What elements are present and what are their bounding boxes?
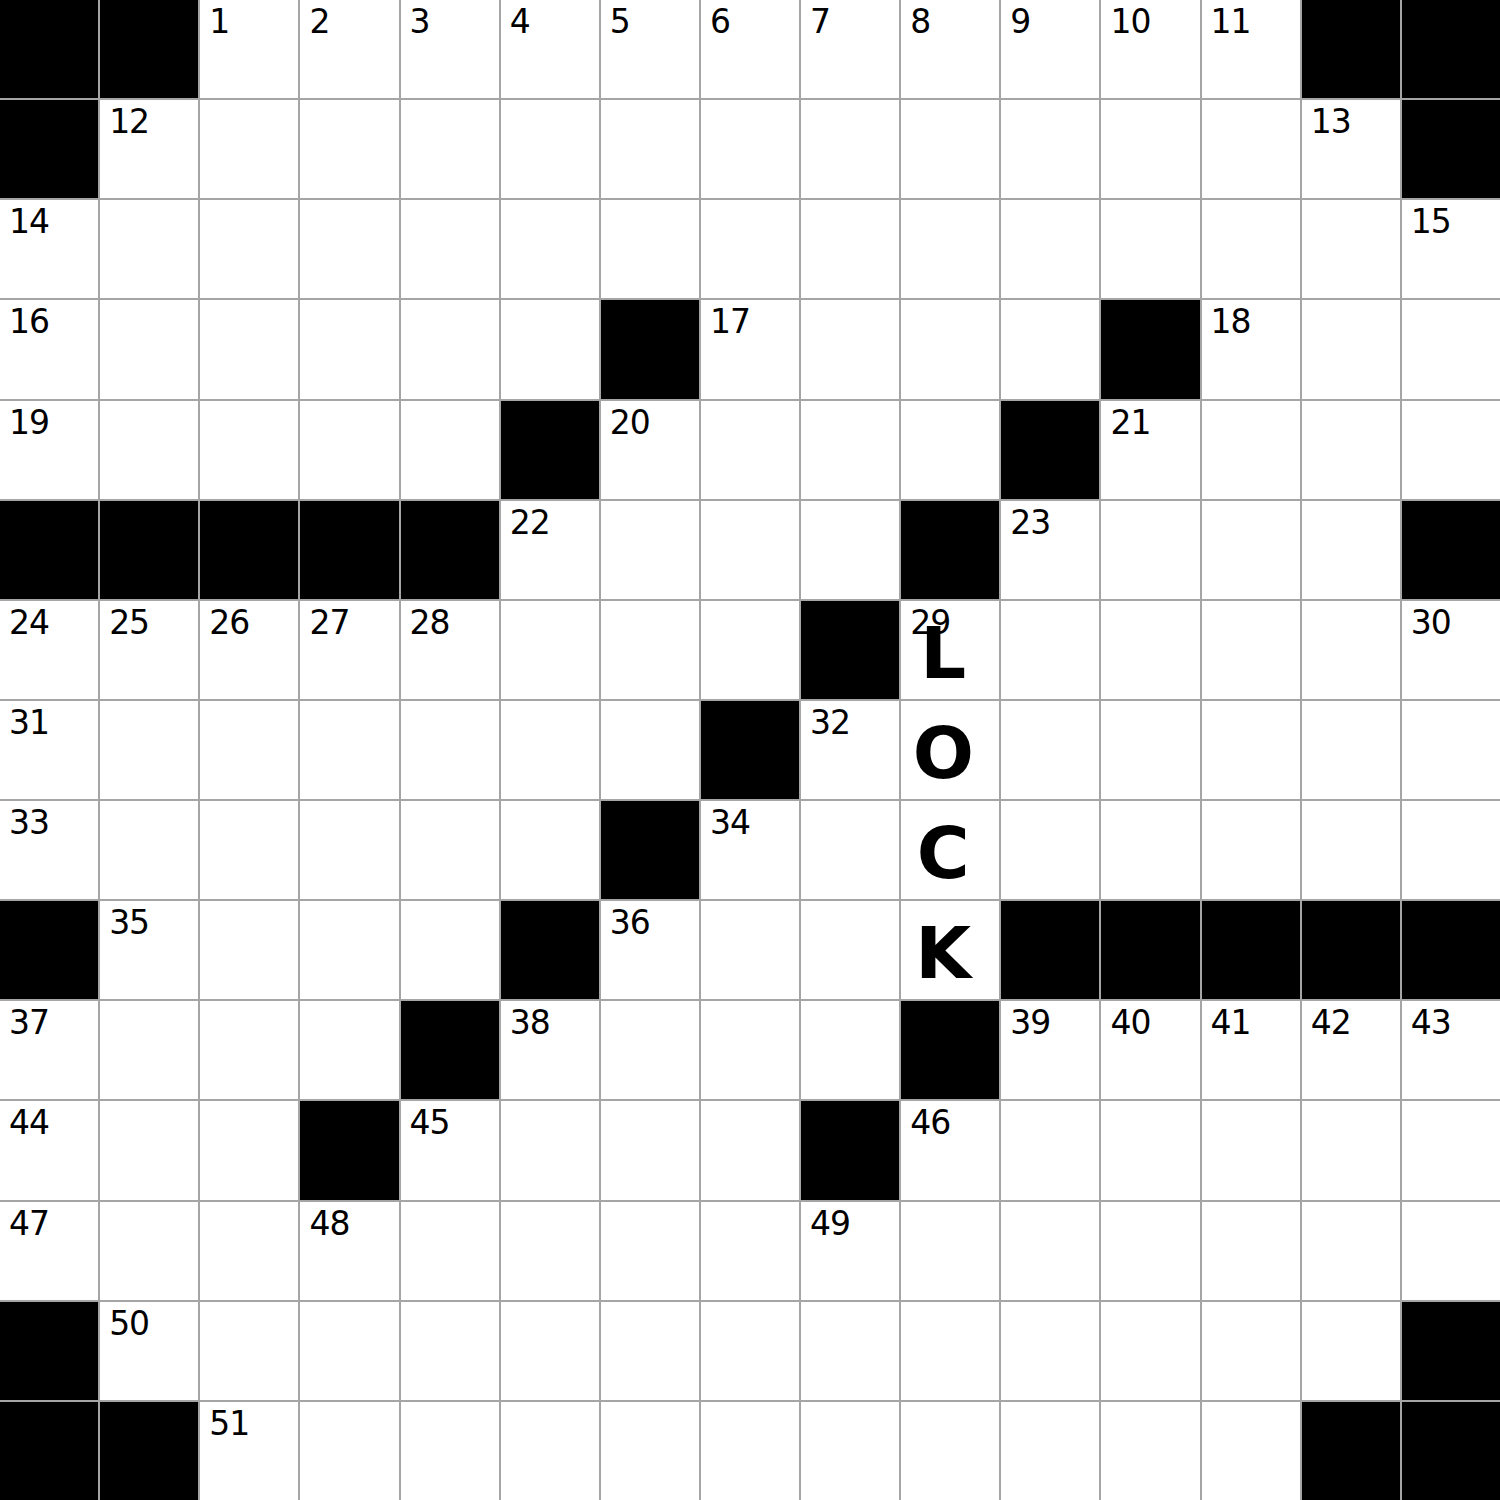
white-cell[interactable] — [100, 701, 198, 799]
white-cell[interactable]: 37 — [0, 1001, 98, 1099]
white-cell[interactable] — [501, 300, 599, 398]
white-cell[interactable]: 3 — [401, 0, 499, 98]
white-cell[interactable]: 26 — [200, 601, 298, 699]
white-cell[interactable] — [1001, 601, 1099, 699]
white-cell[interactable]: 49 — [801, 1202, 899, 1300]
clue-number: 19 — [9, 406, 49, 439]
white-cell[interactable]: 2 — [300, 0, 398, 98]
white-cell[interactable]: 38 — [501, 1001, 599, 1099]
clue-number: 7 — [810, 5, 830, 38]
white-cell[interactable] — [801, 1302, 899, 1400]
white-cell[interactable]: 47 — [0, 1202, 98, 1300]
white-cell[interactable]: 36 — [601, 901, 699, 999]
white-cell[interactable] — [1001, 100, 1099, 198]
clue-number: 49 — [810, 1207, 850, 1240]
clue-number: 27 — [309, 606, 349, 639]
white-cell[interactable]: 9 — [1001, 0, 1099, 98]
white-cell[interactable] — [901, 200, 999, 298]
black-cell — [1402, 1402, 1500, 1500]
white-cell[interactable]: 24 — [0, 601, 98, 699]
black-cell — [1302, 901, 1400, 999]
white-cell[interactable]: 7 — [801, 0, 899, 98]
white-cell[interactable] — [200, 401, 298, 499]
black-cell — [1101, 901, 1199, 999]
clue-number: 39 — [1010, 1006, 1050, 1039]
white-cell[interactable] — [401, 901, 499, 999]
white-cell[interactable]: 15 — [1402, 200, 1500, 298]
white-cell[interactable] — [200, 1101, 298, 1199]
white-cell[interactable]: 51 — [200, 1402, 298, 1500]
white-cell[interactable] — [1001, 1302, 1099, 1400]
white-cell[interactable]: 28 — [401, 601, 499, 699]
black-cell — [100, 0, 198, 98]
white-cell[interactable] — [1402, 801, 1500, 899]
white-cell[interactable]: 18 — [1202, 300, 1300, 398]
clue-number: 18 — [1211, 305, 1251, 338]
white-cell[interactable] — [401, 801, 499, 899]
white-cell[interactable]: 42 — [1302, 1001, 1400, 1099]
white-cell[interactable] — [501, 1101, 599, 1199]
black-cell — [100, 501, 198, 599]
white-cell[interactable]: 27 — [300, 601, 398, 699]
clue-number: 48 — [309, 1207, 349, 1240]
crossword-grid: 1234567891011121314151617181920212223242… — [0, 0, 1500, 1500]
clue-number: 43 — [1411, 1006, 1451, 1039]
white-cell[interactable] — [200, 200, 298, 298]
white-cell[interactable] — [300, 300, 398, 398]
white-cell[interactable]: 13 — [1302, 100, 1400, 198]
white-cell[interactable]: 29L — [901, 601, 999, 699]
clue-number: 26 — [209, 606, 249, 639]
clue-number: 3 — [410, 5, 430, 38]
white-cell[interactable] — [501, 200, 599, 298]
black-cell — [300, 501, 398, 599]
white-cell[interactable] — [1302, 601, 1400, 699]
white-cell[interactable] — [801, 1001, 899, 1099]
white-cell[interactable] — [601, 601, 699, 699]
black-cell — [401, 1001, 499, 1099]
white-cell[interactable] — [200, 300, 298, 398]
black-cell — [0, 501, 98, 599]
white-cell[interactable] — [200, 100, 298, 198]
white-cell[interactable] — [701, 1101, 799, 1199]
filled-letter: K — [901, 901, 999, 999]
black-cell — [1402, 501, 1500, 599]
white-cell[interactable] — [401, 300, 499, 398]
white-cell[interactable] — [1202, 1202, 1300, 1300]
black-cell — [401, 501, 499, 599]
white-cell[interactable] — [801, 1402, 899, 1500]
white-cell[interactable] — [1101, 1101, 1199, 1199]
white-cell[interactable]: 43 — [1402, 1001, 1500, 1099]
white-cell[interactable] — [200, 1202, 298, 1300]
white-cell[interactable] — [1001, 1101, 1099, 1199]
clue-number: 8 — [910, 5, 930, 38]
white-cell[interactable]: 11 — [1202, 0, 1300, 98]
white-cell[interactable]: 21 — [1101, 401, 1199, 499]
filled-letter: C — [901, 801, 999, 899]
black-cell — [300, 1101, 398, 1199]
white-cell[interactable]: 33 — [0, 801, 98, 899]
white-cell[interactable] — [1101, 701, 1199, 799]
white-cell[interactable]: 17 — [701, 300, 799, 398]
black-cell — [1001, 901, 1099, 999]
white-cell[interactable] — [1302, 1101, 1400, 1199]
white-cell[interactable] — [401, 200, 499, 298]
clue-number: 41 — [1211, 1006, 1251, 1039]
black-cell — [801, 1101, 899, 1199]
white-cell[interactable]: 50 — [100, 1302, 198, 1400]
white-cell[interactable] — [501, 1402, 599, 1500]
white-cell[interactable] — [300, 200, 398, 298]
white-cell[interactable] — [1101, 501, 1199, 599]
white-cell[interactable] — [701, 1302, 799, 1400]
white-cell[interactable] — [300, 901, 398, 999]
clue-number: 42 — [1311, 1006, 1351, 1039]
black-cell — [100, 1402, 198, 1500]
white-cell[interactable] — [601, 701, 699, 799]
clue-number: 22 — [510, 506, 550, 539]
white-cell[interactable]: 6 — [701, 0, 799, 98]
black-cell — [601, 300, 699, 398]
black-cell — [901, 1001, 999, 1099]
black-cell — [0, 0, 98, 98]
black-cell — [501, 901, 599, 999]
white-cell[interactable]: 1 — [200, 0, 298, 98]
white-cell[interactable] — [300, 701, 398, 799]
white-cell[interactable] — [601, 1202, 699, 1300]
white-cell[interactable] — [1302, 801, 1400, 899]
white-cell[interactable] — [901, 1402, 999, 1500]
clue-number: 16 — [9, 305, 49, 338]
clue-number: 33 — [9, 806, 49, 839]
white-cell[interactable] — [801, 501, 899, 599]
white-cell[interactable]: 40 — [1101, 1001, 1199, 1099]
clue-number: 35 — [109, 906, 149, 939]
white-cell[interactable] — [1302, 1202, 1400, 1300]
white-cell[interactable]: 4 — [501, 0, 599, 98]
white-cell[interactable]: O — [901, 701, 999, 799]
white-cell[interactable] — [701, 100, 799, 198]
white-cell[interactable]: 8 — [901, 0, 999, 98]
black-cell — [901, 501, 999, 599]
clue-number: 38 — [510, 1006, 550, 1039]
white-cell[interactable] — [1101, 1202, 1199, 1300]
clue-number: 31 — [9, 706, 49, 739]
white-cell[interactable] — [100, 300, 198, 398]
white-cell[interactable] — [1402, 1202, 1500, 1300]
clue-number: 4 — [510, 5, 530, 38]
white-cell[interactable] — [100, 401, 198, 499]
white-cell[interactable] — [1101, 801, 1199, 899]
filled-letter: L — [901, 601, 999, 699]
white-cell[interactable] — [100, 200, 198, 298]
white-cell[interactable] — [901, 100, 999, 198]
black-cell — [1302, 1402, 1400, 1500]
clue-number: 17 — [710, 305, 750, 338]
white-cell[interactable] — [401, 701, 499, 799]
white-cell[interactable] — [1001, 1202, 1099, 1300]
black-cell — [0, 100, 98, 198]
white-cell[interactable] — [300, 801, 398, 899]
white-cell[interactable] — [1402, 300, 1500, 398]
white-cell[interactable] — [1101, 601, 1199, 699]
clue-number: 40 — [1110, 1006, 1150, 1039]
clue-number: 5 — [610, 5, 630, 38]
black-cell — [1302, 0, 1400, 98]
white-cell[interactable] — [1202, 100, 1300, 198]
white-cell[interactable] — [801, 100, 899, 198]
crossword-board: 1234567891011121314151617181920212223242… — [0, 0, 1500, 1500]
white-cell[interactable] — [401, 1402, 499, 1500]
clue-number: 37 — [9, 1006, 49, 1039]
white-cell[interactable] — [401, 100, 499, 198]
clue-number: 24 — [9, 606, 49, 639]
white-cell[interactable] — [401, 401, 499, 499]
white-cell[interactable]: 48 — [300, 1202, 398, 1300]
clue-number: 51 — [209, 1407, 249, 1440]
white-cell[interactable] — [901, 300, 999, 398]
white-cell[interactable]: 39 — [1001, 1001, 1099, 1099]
white-cell[interactable] — [1101, 200, 1199, 298]
white-cell[interactable] — [300, 1001, 398, 1099]
white-cell[interactable] — [701, 200, 799, 298]
black-cell — [1202, 901, 1300, 999]
white-cell[interactable] — [1101, 100, 1199, 198]
clue-number: 10 — [1110, 5, 1150, 38]
white-cell[interactable] — [300, 1302, 398, 1400]
black-cell — [1402, 901, 1500, 999]
black-cell — [501, 401, 599, 499]
white-cell[interactable] — [1302, 501, 1400, 599]
clue-number: 21 — [1110, 406, 1150, 439]
clue-number: 34 — [710, 806, 750, 839]
white-cell[interactable] — [501, 801, 599, 899]
clue-number: 6 — [710, 5, 730, 38]
clue-number: 13 — [1311, 105, 1351, 138]
white-cell[interactable] — [501, 100, 599, 198]
white-cell[interactable] — [100, 1202, 198, 1300]
white-cell[interactable]: 44 — [0, 1101, 98, 1199]
white-cell[interactable] — [401, 1202, 499, 1300]
white-cell[interactable] — [701, 1202, 799, 1300]
clue-number: 28 — [410, 606, 450, 639]
white-cell[interactable] — [1402, 401, 1500, 499]
white-cell[interactable]: 16 — [0, 300, 98, 398]
white-cell[interactable] — [601, 1302, 699, 1400]
white-cell[interactable]: 12 — [100, 100, 198, 198]
black-cell — [1101, 300, 1199, 398]
white-cell[interactable] — [1302, 300, 1400, 398]
white-cell[interactable] — [1302, 701, 1400, 799]
white-cell[interactable] — [701, 1402, 799, 1500]
white-cell[interactable] — [1402, 1101, 1500, 1199]
white-cell[interactable] — [601, 1402, 699, 1500]
white-cell[interactable]: 5 — [601, 0, 699, 98]
white-cell[interactable] — [1202, 501, 1300, 599]
white-cell[interactable] — [601, 100, 699, 198]
white-cell[interactable]: 35 — [100, 901, 198, 999]
white-cell[interactable]: 32 — [801, 701, 899, 799]
black-cell — [601, 801, 699, 899]
clue-number: 50 — [109, 1307, 149, 1340]
white-cell[interactable] — [601, 1001, 699, 1099]
white-cell[interactable]: 23 — [1001, 501, 1099, 599]
white-cell[interactable] — [801, 200, 899, 298]
white-cell[interactable] — [200, 1001, 298, 1099]
black-cell — [200, 501, 298, 599]
black-cell — [0, 901, 98, 999]
white-cell[interactable] — [1101, 1302, 1199, 1400]
clue-number: 46 — [910, 1106, 950, 1139]
white-cell[interactable] — [601, 501, 699, 599]
clue-number: 20 — [610, 406, 650, 439]
white-cell[interactable] — [1001, 701, 1099, 799]
clue-number: 11 — [1211, 5, 1251, 38]
white-cell[interactable]: 34 — [701, 801, 799, 899]
white-cell[interactable]: 31 — [0, 701, 98, 799]
white-cell[interactable] — [1001, 200, 1099, 298]
clue-number: 45 — [410, 1106, 450, 1139]
white-cell[interactable]: 20 — [601, 401, 699, 499]
white-cell[interactable]: 10 — [1101, 0, 1199, 98]
white-cell[interactable] — [200, 801, 298, 899]
white-cell[interactable] — [1202, 801, 1300, 899]
white-cell[interactable] — [1001, 300, 1099, 398]
white-cell[interactable] — [901, 1202, 999, 1300]
white-cell[interactable] — [100, 801, 198, 899]
white-cell[interactable] — [801, 801, 899, 899]
white-cell[interactable] — [601, 200, 699, 298]
white-cell[interactable] — [300, 401, 398, 499]
white-cell[interactable] — [1202, 701, 1300, 799]
black-cell — [1402, 100, 1500, 198]
white-cell[interactable] — [901, 1302, 999, 1400]
white-cell[interactable] — [501, 1302, 599, 1400]
black-cell — [0, 1302, 98, 1400]
white-cell[interactable] — [701, 601, 799, 699]
white-cell[interactable] — [701, 501, 799, 599]
white-cell[interactable] — [1202, 200, 1300, 298]
white-cell[interactable] — [300, 1402, 398, 1500]
white-cell[interactable] — [100, 1001, 198, 1099]
white-cell[interactable]: K — [901, 901, 999, 999]
white-cell[interactable] — [1202, 1302, 1300, 1400]
white-cell[interactable]: 41 — [1202, 1001, 1300, 1099]
white-cell[interactable] — [200, 901, 298, 999]
white-cell[interactable] — [1302, 200, 1400, 298]
white-cell[interactable] — [1402, 701, 1500, 799]
white-cell[interactable] — [200, 701, 298, 799]
white-cell[interactable] — [1202, 401, 1300, 499]
black-cell — [0, 1402, 98, 1500]
black-cell — [1402, 0, 1500, 98]
white-cell[interactable] — [1302, 1302, 1400, 1400]
black-cell — [1001, 401, 1099, 499]
white-cell[interactable] — [401, 1302, 499, 1400]
clue-number: 2 — [309, 5, 329, 38]
clue-number: 23 — [1010, 506, 1050, 539]
white-cell[interactable] — [1302, 401, 1400, 499]
white-cell[interactable]: 45 — [401, 1101, 499, 1199]
clue-number: 1 — [209, 5, 229, 38]
white-cell[interactable] — [501, 701, 599, 799]
white-cell[interactable]: 46 — [901, 1101, 999, 1199]
clue-number: 36 — [610, 906, 650, 939]
clue-number: 15 — [1411, 205, 1451, 238]
white-cell[interactable]: 14 — [0, 200, 98, 298]
white-cell[interactable] — [901, 401, 999, 499]
clue-number: 30 — [1411, 606, 1451, 639]
white-cell[interactable] — [200, 1302, 298, 1400]
white-cell[interactable] — [1101, 1402, 1199, 1500]
clue-number: 47 — [9, 1207, 49, 1240]
white-cell[interactable] — [701, 1001, 799, 1099]
clue-number: 9 — [1010, 5, 1030, 38]
clue-number: 12 — [109, 105, 149, 138]
white-cell[interactable] — [1202, 601, 1300, 699]
white-cell[interactable] — [501, 601, 599, 699]
black-cell — [1402, 1302, 1500, 1400]
clue-number: 32 — [810, 706, 850, 739]
filled-letter: O — [901, 701, 999, 799]
black-cell — [701, 701, 799, 799]
clue-number: 25 — [109, 606, 149, 639]
white-cell[interactable] — [1202, 1101, 1300, 1199]
white-cell[interactable]: 30 — [1402, 601, 1500, 699]
white-cell[interactable] — [1001, 801, 1099, 899]
white-cell[interactable] — [601, 1101, 699, 1199]
white-cell[interactable] — [501, 1202, 599, 1300]
white-cell[interactable]: 22 — [501, 501, 599, 599]
white-cell[interactable]: C — [901, 801, 999, 899]
white-cell[interactable] — [801, 901, 899, 999]
white-cell[interactable]: 19 — [0, 401, 98, 499]
white-cell[interactable] — [801, 300, 899, 398]
white-cell[interactable] — [801, 401, 899, 499]
white-cell[interactable] — [701, 401, 799, 499]
white-cell[interactable] — [100, 1101, 198, 1199]
black-cell — [801, 601, 899, 699]
clue-number: 44 — [9, 1106, 49, 1139]
white-cell[interactable] — [1202, 1402, 1300, 1500]
white-cell[interactable] — [701, 901, 799, 999]
clue-number: 14 — [9, 205, 49, 238]
white-cell[interactable] — [300, 100, 398, 198]
white-cell[interactable]: 25 — [100, 601, 198, 699]
white-cell[interactable] — [1001, 1402, 1099, 1500]
